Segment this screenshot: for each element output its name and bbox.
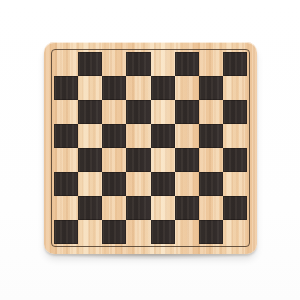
square-g3[interactable] xyxy=(199,172,223,196)
square-d3[interactable] xyxy=(126,172,150,196)
square-h8[interactable] xyxy=(223,52,247,76)
square-a3[interactable] xyxy=(54,172,78,196)
square-e1[interactable] xyxy=(151,220,175,244)
checkerboard xyxy=(44,42,257,254)
square-d5[interactable] xyxy=(126,124,150,148)
square-c3[interactable] xyxy=(102,172,126,196)
square-b1[interactable] xyxy=(78,220,102,244)
square-d4[interactable] xyxy=(126,148,150,172)
square-b5[interactable] xyxy=(78,124,102,148)
square-b2[interactable] xyxy=(78,196,102,220)
square-b6[interactable] xyxy=(78,100,102,124)
square-f3[interactable] xyxy=(175,172,199,196)
square-a8[interactable] xyxy=(54,52,78,76)
square-d1[interactable] xyxy=(126,220,150,244)
square-f8[interactable] xyxy=(175,52,199,76)
square-d6[interactable] xyxy=(126,100,150,124)
square-g6[interactable] xyxy=(199,100,223,124)
square-d2[interactable] xyxy=(126,196,150,220)
square-h5[interactable] xyxy=(223,124,247,148)
square-g5[interactable] xyxy=(199,124,223,148)
square-b7[interactable] xyxy=(78,76,102,100)
square-h6[interactable] xyxy=(223,100,247,124)
square-f1[interactable] xyxy=(175,220,199,244)
square-e6[interactable] xyxy=(151,100,175,124)
square-g4[interactable] xyxy=(199,148,223,172)
square-g7[interactable] xyxy=(199,76,223,100)
playing-area xyxy=(54,52,247,244)
square-e2[interactable] xyxy=(151,196,175,220)
square-e3[interactable] xyxy=(151,172,175,196)
square-g1[interactable] xyxy=(199,220,223,244)
square-f7[interactable] xyxy=(175,76,199,100)
square-f4[interactable] xyxy=(175,148,199,172)
square-a7[interactable] xyxy=(54,76,78,100)
photo-background xyxy=(0,0,300,300)
square-d7[interactable] xyxy=(126,76,150,100)
square-a6[interactable] xyxy=(54,100,78,124)
square-b3[interactable] xyxy=(78,172,102,196)
square-h1[interactable] xyxy=(223,220,247,244)
square-h7[interactable] xyxy=(223,76,247,100)
square-f2[interactable] xyxy=(175,196,199,220)
square-e4[interactable] xyxy=(151,148,175,172)
square-f6[interactable] xyxy=(175,100,199,124)
square-c6[interactable] xyxy=(102,100,126,124)
square-f5[interactable] xyxy=(175,124,199,148)
square-g2[interactable] xyxy=(199,196,223,220)
square-e7[interactable] xyxy=(151,76,175,100)
square-c4[interactable] xyxy=(102,148,126,172)
square-a2[interactable] xyxy=(54,196,78,220)
square-b8[interactable] xyxy=(78,52,102,76)
square-c7[interactable] xyxy=(102,76,126,100)
square-c1[interactable] xyxy=(102,220,126,244)
square-h3[interactable] xyxy=(223,172,247,196)
square-h4[interactable] xyxy=(223,148,247,172)
square-c8[interactable] xyxy=(102,52,126,76)
square-c5[interactable] xyxy=(102,124,126,148)
square-e8[interactable] xyxy=(151,52,175,76)
square-h2[interactable] xyxy=(223,196,247,220)
square-e5[interactable] xyxy=(151,124,175,148)
square-b4[interactable] xyxy=(78,148,102,172)
square-a1[interactable] xyxy=(54,220,78,244)
square-c2[interactable] xyxy=(102,196,126,220)
square-d8[interactable] xyxy=(126,52,150,76)
square-a5[interactable] xyxy=(54,124,78,148)
square-a4[interactable] xyxy=(54,148,78,172)
square-g8[interactable] xyxy=(199,52,223,76)
